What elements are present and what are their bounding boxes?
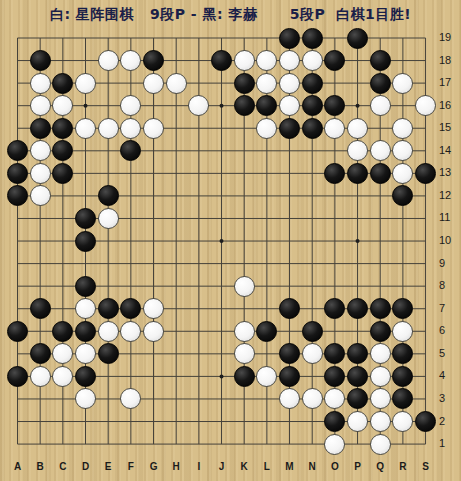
- column-label-J: J: [212, 461, 232, 472]
- row-label-14: 14: [439, 144, 461, 156]
- white-stone: [392, 73, 413, 94]
- white-stone: [30, 73, 51, 94]
- white-stone: [279, 73, 300, 94]
- go-game-window: 白: 星阵围棋 9段P - 黑: 李赫 5段P 白棋1目胜! ABCDEFGHI…: [0, 0, 461, 481]
- row-label-10: 10: [439, 234, 461, 246]
- black-stone: [370, 163, 391, 184]
- star-point: [356, 239, 360, 243]
- white-stone: [143, 118, 164, 139]
- white-stone: [30, 366, 51, 387]
- white-stone: [256, 73, 277, 94]
- white-stone: [370, 434, 391, 455]
- star-point: [84, 104, 88, 108]
- white-stone: [30, 95, 51, 116]
- black-stone: [98, 298, 119, 319]
- row-label-3: 3: [439, 392, 461, 404]
- column-label-I: I: [189, 461, 209, 472]
- white-stone: [98, 118, 119, 139]
- black-stone: [370, 50, 391, 71]
- white-stone: [75, 118, 96, 139]
- row-label-19: 19: [439, 31, 461, 43]
- black-stone: [75, 276, 96, 297]
- black-stone: [75, 208, 96, 229]
- white-stone: [302, 343, 323, 364]
- white-stone: [234, 276, 255, 297]
- column-label-N: N: [302, 461, 322, 472]
- white-stone: [392, 118, 413, 139]
- black-stone: [143, 50, 164, 71]
- row-label-1: 1: [439, 437, 461, 449]
- white-stone: [256, 118, 277, 139]
- black-stone: [347, 163, 368, 184]
- column-label-B: B: [30, 461, 50, 472]
- column-label-C: C: [53, 461, 73, 472]
- column-label-E: E: [98, 461, 118, 472]
- column-label-Q: Q: [370, 461, 390, 472]
- column-label-K: K: [234, 461, 254, 472]
- white-stone: [324, 434, 345, 455]
- column-label-H: H: [166, 461, 186, 472]
- white-stone: [120, 321, 141, 342]
- white-stone: [347, 118, 368, 139]
- white-stone: [370, 343, 391, 364]
- white-stone: [370, 411, 391, 432]
- black-stone: [302, 321, 323, 342]
- star-point: [220, 374, 224, 378]
- black-stone: [279, 28, 300, 49]
- black-stone: [75, 321, 96, 342]
- black-stone: [7, 321, 28, 342]
- row-label-7: 7: [439, 302, 461, 314]
- row-label-13: 13: [439, 166, 461, 178]
- star-point: [356, 104, 360, 108]
- column-label-S: S: [416, 461, 436, 472]
- white-stone: [234, 343, 255, 364]
- black-stone: [279, 366, 300, 387]
- row-label-11: 11: [439, 211, 461, 223]
- row-label-6: 6: [439, 324, 461, 336]
- white-stone: [347, 411, 368, 432]
- black-stone: [234, 95, 255, 116]
- column-label-R: R: [393, 461, 413, 472]
- black-stone: [302, 28, 323, 49]
- black-stone: [98, 343, 119, 364]
- row-label-4: 4: [439, 369, 461, 381]
- white-stone: [370, 140, 391, 161]
- black-stone: [347, 366, 368, 387]
- white-stone: [234, 50, 255, 71]
- white-stone: [30, 140, 51, 161]
- black-stone: [370, 298, 391, 319]
- column-label-P: P: [348, 461, 368, 472]
- row-label-12: 12: [439, 189, 461, 201]
- black-stone: [7, 366, 28, 387]
- black-stone: [302, 73, 323, 94]
- row-label-16: 16: [439, 99, 461, 111]
- column-label-O: O: [325, 461, 345, 472]
- black-stone: [98, 185, 119, 206]
- white-stone: [98, 321, 119, 342]
- black-stone: [347, 28, 368, 49]
- row-label-9: 9: [439, 257, 461, 269]
- white-stone: [279, 50, 300, 71]
- row-label-2: 2: [439, 415, 461, 427]
- black-stone: [75, 231, 96, 252]
- white-stone: [143, 321, 164, 342]
- column-label-M: M: [280, 461, 300, 472]
- black-stone: [52, 118, 73, 139]
- white-stone: [120, 118, 141, 139]
- star-point: [220, 104, 224, 108]
- black-stone: [211, 50, 232, 71]
- white-stone: [143, 73, 164, 94]
- star-point: [220, 239, 224, 243]
- black-stone: [75, 366, 96, 387]
- black-stone: [30, 118, 51, 139]
- black-stone: [30, 50, 51, 71]
- black-stone: [234, 366, 255, 387]
- white-stone: [166, 73, 187, 94]
- black-stone: [256, 321, 277, 342]
- row-label-15: 15: [439, 121, 461, 133]
- row-label-5: 5: [439, 347, 461, 359]
- black-stone: [302, 95, 323, 116]
- white-stone: [98, 50, 119, 71]
- black-stone: [52, 321, 73, 342]
- white-stone: [98, 208, 119, 229]
- white-stone: [370, 95, 391, 116]
- white-stone: [392, 321, 413, 342]
- white-stone: [370, 366, 391, 387]
- go-board-grid: [0, 0, 461, 481]
- black-stone: [30, 298, 51, 319]
- row-label-18: 18: [439, 54, 461, 66]
- row-label-8: 8: [439, 279, 461, 291]
- column-label-F: F: [121, 461, 141, 472]
- column-label-A: A: [8, 461, 28, 472]
- white-stone: [30, 185, 51, 206]
- white-stone: [30, 163, 51, 184]
- column-label-D: D: [76, 461, 96, 472]
- column-label-G: G: [144, 461, 164, 472]
- black-stone: [415, 163, 436, 184]
- white-stone: [324, 118, 345, 139]
- column-label-L: L: [257, 461, 277, 472]
- row-label-17: 17: [439, 76, 461, 88]
- black-stone: [279, 118, 300, 139]
- black-stone: [370, 73, 391, 94]
- black-stone: [30, 343, 51, 364]
- black-stone: [52, 73, 73, 94]
- black-stone: [415, 411, 436, 432]
- white-stone: [234, 321, 255, 342]
- black-stone: [7, 163, 28, 184]
- white-stone: [75, 73, 96, 94]
- black-stone: [302, 118, 323, 139]
- black-stone: [234, 73, 255, 94]
- black-stone: [370, 321, 391, 342]
- white-stone: [302, 50, 323, 71]
